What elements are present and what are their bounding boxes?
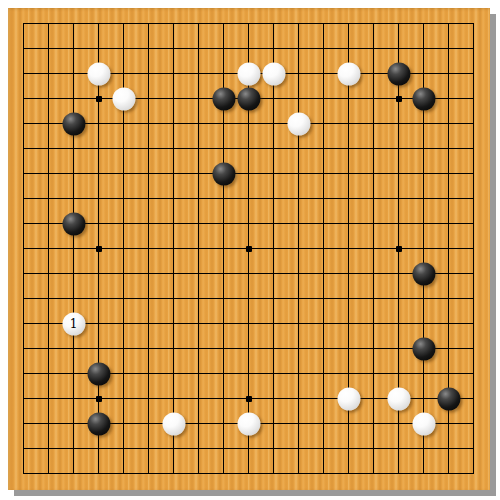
- white-stone[interactable]: [387, 387, 410, 410]
- move-number-label: 1: [70, 318, 78, 330]
- go-board: 1: [8, 8, 490, 490]
- black-stone[interactable]: [412, 262, 435, 285]
- white-stone[interactable]: 1: [62, 312, 85, 335]
- star-point: [96, 246, 102, 252]
- star-point: [246, 396, 252, 402]
- white-stone[interactable]: [237, 412, 260, 435]
- star-point: [396, 96, 402, 102]
- black-stone[interactable]: [212, 87, 235, 110]
- star-point: [246, 246, 252, 252]
- black-stone[interactable]: [387, 62, 410, 85]
- black-stone[interactable]: [412, 87, 435, 110]
- black-stone[interactable]: [212, 162, 235, 185]
- white-stone[interactable]: [337, 387, 360, 410]
- white-stone[interactable]: [162, 412, 185, 435]
- board-grid[interactable]: 1: [23, 23, 474, 474]
- star-point: [96, 96, 102, 102]
- black-stone[interactable]: [62, 212, 85, 235]
- white-stone[interactable]: [112, 87, 135, 110]
- black-stone[interactable]: [62, 112, 85, 135]
- black-stone[interactable]: [412, 337, 435, 360]
- black-stone[interactable]: [87, 362, 110, 385]
- white-stone[interactable]: [337, 62, 360, 85]
- star-point: [396, 246, 402, 252]
- white-stone[interactable]: [287, 112, 310, 135]
- white-stone[interactable]: [87, 62, 110, 85]
- black-stone[interactable]: [237, 87, 260, 110]
- white-stone[interactable]: [262, 62, 285, 85]
- white-stone[interactable]: [237, 62, 260, 85]
- black-stone[interactable]: [87, 412, 110, 435]
- black-stone[interactable]: [437, 387, 460, 410]
- white-stone[interactable]: [412, 412, 435, 435]
- star-point: [96, 396, 102, 402]
